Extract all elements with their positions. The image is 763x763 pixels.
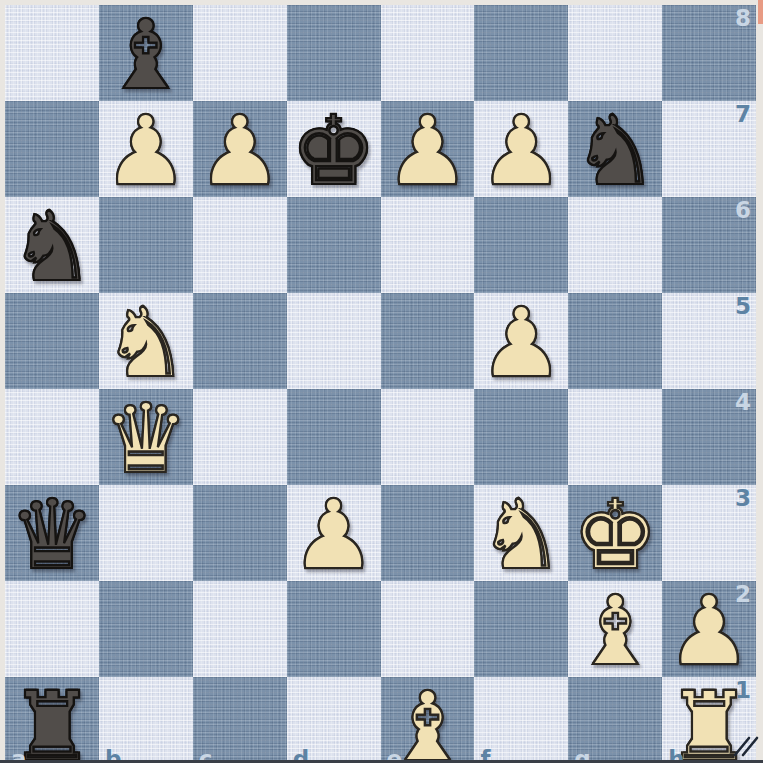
piece-black-queen[interactable]: ♛ <box>9 487 95 583</box>
square-h7[interactable]: 7 <box>662 101 756 197</box>
piece-white-pawn[interactable]: ♟ <box>197 103 283 199</box>
square-b6[interactable] <box>99 197 193 293</box>
piece-white-bishop[interactable]: ♝ <box>572 583 658 679</box>
square-g4[interactable] <box>568 389 662 485</box>
move-indicator-double-slash <box>732 734 760 758</box>
square-d8[interactable] <box>287 5 381 101</box>
square-h5[interactable]: 5 <box>662 293 756 389</box>
square-d2[interactable] <box>287 581 381 677</box>
square-h2[interactable]: ♟2 <box>662 581 756 677</box>
piece-white-pawn[interactable]: ♟ <box>478 103 564 199</box>
square-g5[interactable] <box>568 293 662 389</box>
square-c8[interactable] <box>193 5 287 101</box>
piece-black-bishop[interactable]: ♝ <box>103 7 189 103</box>
square-b7[interactable]: ♟ <box>99 101 193 197</box>
scrollbar-thumb-fragment[interactable] <box>758 0 763 24</box>
square-e8[interactable] <box>381 5 475 101</box>
square-a6[interactable]: ♞ <box>5 197 99 293</box>
square-b5[interactable]: ♞ <box>99 293 193 389</box>
rank-label-2: 2 <box>735 583 751 606</box>
square-a5[interactable] <box>5 293 99 389</box>
square-c7[interactable]: ♟ <box>193 101 287 197</box>
square-c3[interactable] <box>193 485 287 581</box>
square-e4[interactable] <box>381 389 475 485</box>
square-g2[interactable]: ♝ <box>568 581 662 677</box>
piece-white-pawn[interactable]: ♟ <box>291 487 377 583</box>
square-e1[interactable]: ♝e <box>381 677 475 763</box>
square-a8[interactable] <box>5 5 99 101</box>
square-b3[interactable] <box>99 485 193 581</box>
square-c6[interactable] <box>193 197 287 293</box>
rank-label-7: 7 <box>735 103 751 126</box>
square-g1[interactable]: g <box>568 677 662 763</box>
square-a4[interactable] <box>5 389 99 485</box>
square-e6[interactable] <box>381 197 475 293</box>
piece-white-pawn[interactable]: ♟ <box>478 295 564 391</box>
piece-white-pawn[interactable]: ♟ <box>384 103 470 199</box>
square-f3[interactable]: ♞ <box>474 485 568 581</box>
square-f7[interactable]: ♟ <box>474 101 568 197</box>
chess-board: ♝8♟♟♚♟♟♞7♞6♞♟5♛4♛♟♞♚3♝♟2♜abcd♝efg♜h1 <box>5 5 756 756</box>
square-h4[interactable]: 4 <box>662 389 756 485</box>
square-d7[interactable]: ♚ <box>287 101 381 197</box>
piece-white-knight[interactable]: ♞ <box>478 487 564 583</box>
rank-label-8: 8 <box>735 7 751 30</box>
square-d6[interactable] <box>287 197 381 293</box>
piece-black-knight[interactable]: ♞ <box>9 199 95 295</box>
square-a2[interactable] <box>5 581 99 677</box>
square-b4[interactable]: ♛ <box>99 389 193 485</box>
square-f8[interactable] <box>474 5 568 101</box>
square-f5[interactable]: ♟ <box>474 293 568 389</box>
square-c5[interactable] <box>193 293 287 389</box>
square-b1[interactable]: b <box>99 677 193 763</box>
piece-white-knight[interactable]: ♞ <box>103 295 189 391</box>
square-h6[interactable]: 6 <box>662 197 756 293</box>
square-b8[interactable]: ♝ <box>99 5 193 101</box>
chess-diagram: ♝8♟♟♚♟♟♞7♞6♞♟5♛4♛♟♞♚3♝♟2♜abcd♝efg♜h1 <box>0 0 763 763</box>
piece-white-queen[interactable]: ♛ <box>103 391 189 487</box>
piece-black-knight[interactable]: ♞ <box>572 103 658 199</box>
piece-black-king[interactable]: ♚ <box>291 103 377 199</box>
piece-white-pawn[interactable]: ♟ <box>103 103 189 199</box>
rank-label-1: 1 <box>735 679 751 702</box>
square-c2[interactable] <box>193 581 287 677</box>
piece-white-king[interactable]: ♚ <box>572 487 658 583</box>
square-d5[interactable] <box>287 293 381 389</box>
square-d1[interactable]: d <box>287 677 381 763</box>
rank-label-3: 3 <box>735 487 751 510</box>
square-h8[interactable]: 8 <box>662 5 756 101</box>
square-f1[interactable]: f <box>474 677 568 763</box>
square-a7[interactable] <box>5 101 99 197</box>
square-e3[interactable] <box>381 485 475 581</box>
square-f4[interactable] <box>474 389 568 485</box>
square-g6[interactable] <box>568 197 662 293</box>
square-d4[interactable] <box>287 389 381 485</box>
square-g8[interactable] <box>568 5 662 101</box>
square-g3[interactable]: ♚ <box>568 485 662 581</box>
rank-label-4: 4 <box>735 391 751 414</box>
square-a3[interactable]: ♛ <box>5 485 99 581</box>
square-f2[interactable] <box>474 581 568 677</box>
square-e7[interactable]: ♟ <box>381 101 475 197</box>
square-b2[interactable] <box>99 581 193 677</box>
square-h3[interactable]: 3 <box>662 485 756 581</box>
square-a1[interactable]: ♜a <box>5 677 99 763</box>
square-c1[interactable]: c <box>193 677 287 763</box>
rank-label-6: 6 <box>735 199 751 222</box>
square-d3[interactable]: ♟ <box>287 485 381 581</box>
square-f6[interactable] <box>474 197 568 293</box>
square-e5[interactable] <box>381 293 475 389</box>
square-e2[interactable] <box>381 581 475 677</box>
rank-label-5: 5 <box>735 295 751 318</box>
square-c4[interactable] <box>193 389 287 485</box>
square-g7[interactable]: ♞ <box>568 101 662 197</box>
